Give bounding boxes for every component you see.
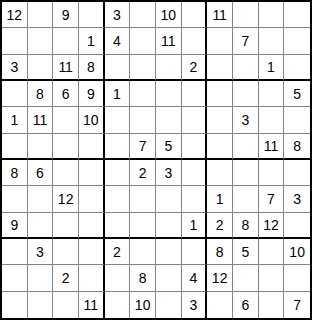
- cell-r1c8[interactable]: [182, 2, 208, 28]
- cell-r9c4[interactable]: [79, 213, 105, 239]
- cell-r5c1-given: 1: [2, 107, 28, 133]
- cell-r6c8[interactable]: [182, 134, 208, 160]
- cell-r12c1[interactable]: [2, 292, 28, 318]
- cell-r11c3-given: 2: [53, 265, 79, 291]
- cell-r11c11[interactable]: [259, 265, 285, 291]
- cell-r4c7[interactable]: [156, 81, 182, 107]
- cell-r8c3-given: 12: [53, 186, 79, 212]
- cell-r3c3-given: 11: [53, 55, 79, 81]
- cell-r9c11-given: 12: [259, 213, 285, 239]
- cell-r5c11[interactable]: [259, 107, 285, 133]
- cell-r12c2[interactable]: [28, 292, 54, 318]
- cell-r2c3[interactable]: [53, 28, 79, 54]
- cell-r12c3[interactable]: [53, 292, 79, 318]
- cell-r12c11[interactable]: [259, 292, 285, 318]
- cell-r8c5[interactable]: [105, 186, 131, 212]
- cell-r6c6-given: 7: [130, 134, 156, 160]
- cell-r1c6[interactable]: [130, 2, 156, 28]
- cell-r5c7[interactable]: [156, 107, 182, 133]
- cell-r8c9-given: 1: [207, 186, 233, 212]
- cell-r10c11[interactable]: [259, 239, 285, 265]
- cell-r8c7[interactable]: [156, 186, 182, 212]
- cell-r5c2-given: 11: [28, 107, 54, 133]
- cell-r5c4-given: 10: [79, 107, 105, 133]
- cell-r9c9-given: 2: [207, 213, 233, 239]
- cell-r12c8-given: 3: [182, 292, 208, 318]
- cell-r3c2[interactable]: [28, 55, 54, 81]
- cell-r4c3-given: 6: [53, 81, 79, 107]
- cell-r7c7-given: 3: [156, 160, 182, 186]
- cell-r9c12[interactable]: [284, 213, 310, 239]
- cell-r6c9[interactable]: [207, 134, 233, 160]
- cell-r11c4[interactable]: [79, 265, 105, 291]
- cell-r7c5[interactable]: [105, 160, 131, 186]
- cell-r3c12[interactable]: [284, 55, 310, 81]
- cell-r7c3[interactable]: [53, 160, 79, 186]
- cell-r3c1-given: 3: [2, 55, 28, 81]
- cell-r10c4[interactable]: [79, 239, 105, 265]
- cell-r4c10[interactable]: [233, 81, 259, 107]
- cell-r12c12-given: 7: [284, 292, 310, 318]
- cell-r6c4[interactable]: [79, 134, 105, 160]
- cell-r11c5[interactable]: [105, 265, 131, 291]
- cell-r11c8-given: 4: [182, 265, 208, 291]
- cell-r6c10[interactable]: [233, 134, 259, 160]
- cell-r11c12[interactable]: [284, 265, 310, 291]
- cell-r10c12-given: 10: [284, 239, 310, 265]
- cell-r11c9-given: 12: [207, 265, 233, 291]
- cell-r6c11-given: 11: [259, 134, 285, 160]
- cell-r2c7-given: 11: [156, 28, 182, 54]
- cell-r4c11[interactable]: [259, 81, 285, 107]
- cell-r6c12-given: 8: [284, 134, 310, 160]
- cell-r5c8[interactable]: [182, 107, 208, 133]
- cell-r10c8[interactable]: [182, 239, 208, 265]
- cell-r4c12-given: 5: [284, 81, 310, 107]
- cell-r10c9-given: 8: [207, 239, 233, 265]
- cell-r7c10[interactable]: [233, 160, 259, 186]
- cell-r10c7[interactable]: [156, 239, 182, 265]
- cell-r12c7[interactable]: [156, 292, 182, 318]
- cell-r8c11-given: 7: [259, 186, 285, 212]
- cell-r7c9[interactable]: [207, 160, 233, 186]
- cell-r8c12-given: 3: [284, 186, 310, 212]
- cell-r8c1[interactable]: [2, 186, 28, 212]
- cell-r2c8[interactable]: [182, 28, 208, 54]
- cell-r10c6[interactable]: [130, 239, 156, 265]
- cell-r2c6[interactable]: [130, 28, 156, 54]
- cell-r1c4[interactable]: [79, 2, 105, 28]
- cell-r2c4-given: 1: [79, 28, 105, 54]
- cell-r7c6-given: 2: [130, 160, 156, 186]
- cell-r7c8[interactable]: [182, 160, 208, 186]
- cell-r3c11-given: 1: [259, 55, 285, 81]
- cell-r9c3[interactable]: [53, 213, 79, 239]
- cell-r12c6-given: 10: [130, 292, 156, 318]
- cell-r5c10-given: 3: [233, 107, 259, 133]
- cell-r3c4-given: 8: [79, 55, 105, 81]
- cell-r3c6[interactable]: [130, 55, 156, 81]
- cell-r2c12[interactable]: [284, 28, 310, 54]
- cell-r4c2-given: 8: [28, 81, 54, 107]
- cell-r12c10-given: 6: [233, 292, 259, 318]
- cell-r9c2[interactable]: [28, 213, 54, 239]
- sudoku-board: 1293101114117311821869151111037511886231…: [0, 0, 312, 320]
- cell-r8c10[interactable]: [233, 186, 259, 212]
- cell-r6c2[interactable]: [28, 134, 54, 160]
- cell-r7c11[interactable]: [259, 160, 285, 186]
- cell-r4c5-given: 1: [105, 81, 131, 107]
- cell-r4c9[interactable]: [207, 81, 233, 107]
- cell-r1c12[interactable]: [284, 2, 310, 28]
- cell-r10c2-given: 3: [28, 239, 54, 265]
- cell-r4c4-given: 9: [79, 81, 105, 107]
- cell-r2c11[interactable]: [259, 28, 285, 54]
- cell-r1c2[interactable]: [28, 2, 54, 28]
- cell-r6c5[interactable]: [105, 134, 131, 160]
- cell-r5c9[interactable]: [207, 107, 233, 133]
- cell-r8c6[interactable]: [130, 186, 156, 212]
- cell-r6c1[interactable]: [2, 134, 28, 160]
- cell-r10c3[interactable]: [53, 239, 79, 265]
- cell-r9c10-given: 8: [233, 213, 259, 239]
- cell-r7c4[interactable]: [79, 160, 105, 186]
- cell-r3c9[interactable]: [207, 55, 233, 81]
- cell-r9c6[interactable]: [130, 213, 156, 239]
- cell-r1c9-given: 11: [207, 2, 233, 28]
- cell-r2c5-given: 4: [105, 28, 131, 54]
- cell-r5c3[interactable]: [53, 107, 79, 133]
- cell-r6c7-given: 5: [156, 134, 182, 160]
- cell-r1c11[interactable]: [259, 2, 285, 28]
- cell-r3c8-given: 2: [182, 55, 208, 81]
- cell-r6c3[interactable]: [53, 134, 79, 160]
- cell-r10c10-given: 5: [233, 239, 259, 265]
- cell-r4c8[interactable]: [182, 81, 208, 107]
- cell-r3c5[interactable]: [105, 55, 131, 81]
- cell-r12c5[interactable]: [105, 292, 131, 318]
- cell-r11c10[interactable]: [233, 265, 259, 291]
- cell-r11c1[interactable]: [2, 265, 28, 291]
- cell-r1c3-given: 9: [53, 2, 79, 28]
- cell-r1c1-given: 12: [2, 2, 28, 28]
- cell-r9c7[interactable]: [156, 213, 182, 239]
- cell-r8c2[interactable]: [28, 186, 54, 212]
- cell-r4c6[interactable]: [130, 81, 156, 107]
- cell-r11c7[interactable]: [156, 265, 182, 291]
- cell-r12c9[interactable]: [207, 292, 233, 318]
- cell-r8c4[interactable]: [79, 186, 105, 212]
- cell-r1c5-given: 3: [105, 2, 131, 28]
- cell-r3c7[interactable]: [156, 55, 182, 81]
- cell-r2c9[interactable]: [207, 28, 233, 54]
- cell-r4c1[interactable]: [2, 81, 28, 107]
- cell-r11c6-given: 8: [130, 265, 156, 291]
- cell-r7c2-given: 6: [28, 160, 54, 186]
- cell-r11c2[interactable]: [28, 265, 54, 291]
- cell-r9c5[interactable]: [105, 213, 131, 239]
- cell-r5c5[interactable]: [105, 107, 131, 133]
- cell-r8c8[interactable]: [182, 186, 208, 212]
- cell-r9c1-given: 9: [2, 213, 28, 239]
- cell-r1c10[interactable]: [233, 2, 259, 28]
- cell-r7c1-given: 8: [2, 160, 28, 186]
- cell-r10c5-given: 2: [105, 239, 131, 265]
- cell-r2c10-given: 7: [233, 28, 259, 54]
- cell-r1c7-given: 10: [156, 2, 182, 28]
- cell-r2c1[interactable]: [2, 28, 28, 54]
- cell-r5c12[interactable]: [284, 107, 310, 133]
- cell-r9c8-given: 1: [182, 213, 208, 239]
- cell-r7c12[interactable]: [284, 160, 310, 186]
- cell-r12c4-given: 11: [79, 292, 105, 318]
- cell-r5c6[interactable]: [130, 107, 156, 133]
- cell-r10c1[interactable]: [2, 239, 28, 265]
- cell-r2c2[interactable]: [28, 28, 54, 54]
- cell-r3c10[interactable]: [233, 55, 259, 81]
